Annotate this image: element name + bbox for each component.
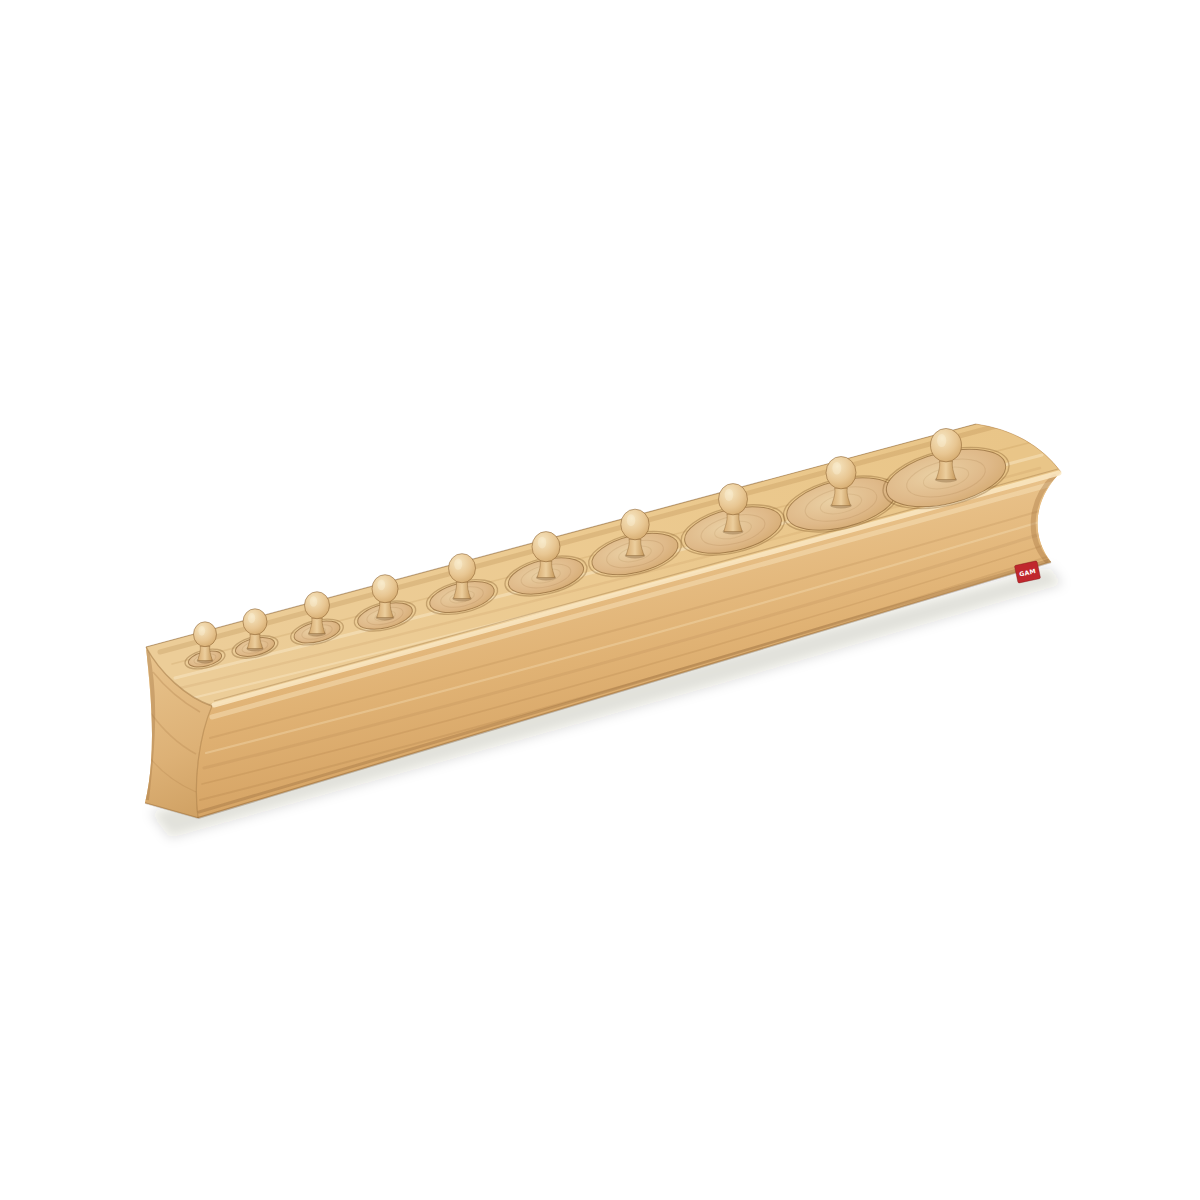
knob-highlight: [725, 489, 734, 501]
knob-highlight: [454, 559, 462, 570]
knob-highlight: [832, 462, 841, 475]
knob-ball: [305, 592, 330, 619]
knob-highlight: [198, 626, 205, 636]
knob-stem: [198, 646, 212, 661]
product-photo: GAM: [0, 0, 1200, 1200]
knob-highlight: [627, 514, 636, 526]
knob-highlight: [937, 434, 946, 447]
knob-stem: [626, 539, 644, 556]
knob-ball: [931, 428, 962, 461]
knob-highlight: [377, 579, 385, 590]
knob-ball: [243, 609, 267, 635]
knob-stem: [454, 582, 471, 599]
knob-stem: [724, 514, 742, 532]
knob-stem: [537, 561, 554, 578]
knob-highlight: [248, 613, 255, 623]
knob-stem: [377, 602, 393, 618]
knob-ball: [826, 457, 856, 489]
knob-stem: [248, 634, 263, 649]
knob-ball: [532, 532, 560, 562]
knob-ball: [372, 575, 398, 603]
cylinder-block-scene: GAM: [0, 0, 1200, 1200]
knob-ball: [621, 509, 649, 540]
knob-ball: [449, 554, 476, 583]
knob-stem: [309, 618, 325, 634]
knob-ball: [719, 484, 748, 515]
knob-ball: [194, 622, 217, 647]
knob-highlight: [538, 537, 546, 549]
knob-highlight: [310, 596, 318, 607]
